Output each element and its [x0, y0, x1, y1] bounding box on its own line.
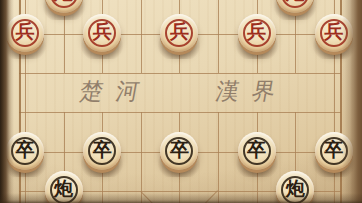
piece-red-cannon-file8[interactable]: 炮: [276, 0, 314, 13]
file-line-6-lower: [218, 112, 219, 203]
piece-red-soldier-file7[interactable]: 兵: [238, 14, 276, 52]
palace-diagonal-left: [140, 191, 180, 203]
piece-body: 兵: [238, 14, 276, 52]
piece-body: 卒: [315, 132, 353, 170]
piece-body: 卒: [238, 132, 276, 170]
piece-body: 炮: [276, 171, 314, 203]
piece-body: 兵: [6, 14, 44, 52]
piece-red-soldier-file1[interactable]: 兵: [6, 14, 44, 52]
river-label-chuhe: 楚河: [78, 80, 154, 103]
piece-body: 炮: [276, 0, 314, 13]
piece-body: 卒: [160, 132, 198, 170]
file-line-1-river: [25, 73, 26, 112]
piece-red-soldier-file3[interactable]: 兵: [83, 14, 121, 52]
piece-glyph: 兵: [6, 13, 44, 51]
river-label-hanjie: 漢界: [214, 80, 290, 103]
piece-glyph: 炮: [276, 0, 314, 12]
piece-glyph: 炮: [45, 0, 83, 12]
piece-black-cannon-file2[interactable]: 炮: [45, 171, 83, 203]
piece-glyph: 兵: [83, 13, 121, 51]
piece-black-soldier-file9[interactable]: 卒: [315, 132, 353, 170]
piece-glyph: 兵: [160, 13, 198, 51]
file-line-9-river: [334, 73, 335, 112]
piece-glyph: 卒: [6, 131, 44, 169]
file-line-4-upper: [141, 0, 142, 73]
file-line-6-upper: [218, 0, 219, 73]
piece-glyph: 炮: [45, 170, 83, 203]
piece-red-soldier-file5[interactable]: 兵: [160, 14, 198, 52]
piece-body: 卒: [83, 132, 121, 170]
piece-body: 炮: [45, 0, 83, 13]
piece-body: 兵: [315, 14, 353, 52]
file-line-4-lower: [141, 112, 142, 203]
piece-glyph: 卒: [238, 131, 276, 169]
piece-black-soldier-file7[interactable]: 卒: [238, 132, 276, 170]
piece-glyph: 卒: [315, 131, 353, 169]
piece-black-soldier-file5[interactable]: 卒: [160, 132, 198, 170]
piece-body: 炮: [45, 171, 83, 203]
piece-black-cannon-file8[interactable]: 炮: [276, 171, 314, 203]
piece-glyph: 兵: [315, 13, 353, 51]
piece-black-soldier-file1[interactable]: 卒: [6, 132, 44, 170]
piece-body: 兵: [83, 14, 121, 52]
piece-glyph: 兵: [238, 13, 276, 51]
rank-line-5: [19, 73, 341, 74]
piece-red-cannon-file2[interactable]: 炮: [45, 0, 83, 13]
palace-diagonal-right: [178, 190, 218, 203]
piece-body: 兵: [160, 14, 198, 52]
xiangqi-board[interactable]: 楚河 漢界 炮炮兵兵兵兵兵卒卒卒卒卒炮炮: [0, 0, 362, 203]
piece-glyph: 炮: [276, 170, 314, 203]
piece-glyph: 卒: [83, 131, 121, 169]
piece-red-soldier-file9[interactable]: 兵: [315, 14, 353, 52]
piece-black-soldier-file3[interactable]: 卒: [83, 132, 121, 170]
piece-body: 卒: [6, 132, 44, 170]
piece-glyph: 卒: [160, 131, 198, 169]
